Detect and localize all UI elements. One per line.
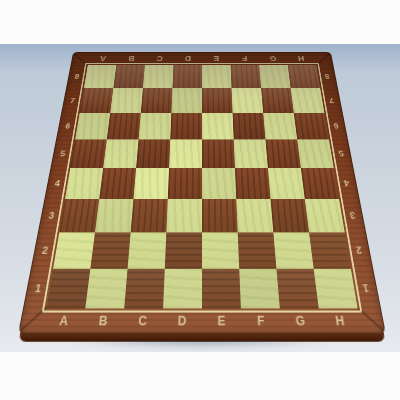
square-f7[interactable] — [232, 88, 264, 113]
square-e6[interactable] — [202, 113, 234, 140]
square-c2[interactable] — [128, 232, 167, 268]
square-h4[interactable] — [301, 168, 339, 199]
square-d6[interactable] — [170, 113, 202, 140]
chess-board: ABCDEFGH ABCDEFGH 87654321 87654321 — [18, 52, 386, 334]
square-b3[interactable] — [95, 199, 134, 232]
square-c6[interactable] — [139, 113, 172, 140]
square-c3[interactable] — [131, 199, 168, 232]
square-a4[interactable] — [65, 168, 103, 199]
square-a5[interactable] — [70, 139, 107, 168]
square-h1[interactable] — [314, 269, 358, 309]
square-h5[interactable] — [297, 139, 334, 168]
square-g2[interactable] — [273, 232, 313, 268]
square-h2[interactable] — [309, 232, 351, 268]
square-d7[interactable] — [171, 88, 202, 113]
square-g5[interactable] — [265, 139, 300, 168]
square-c1[interactable] — [124, 269, 165, 309]
square-e2[interactable] — [202, 232, 239, 268]
square-g4[interactable] — [268, 168, 305, 199]
square-h8[interactable] — [288, 65, 320, 88]
square-d8[interactable] — [172, 65, 202, 88]
square-g6[interactable] — [263, 113, 297, 140]
square-e4[interactable] — [202, 168, 236, 199]
square-f3[interactable] — [236, 199, 273, 232]
square-g3[interactable] — [271, 199, 310, 232]
square-b2[interactable] — [90, 232, 130, 268]
board-face: ABCDEFGH ABCDEFGH 87654321 87654321 — [18, 52, 386, 334]
square-g8[interactable] — [259, 65, 291, 88]
square-a8[interactable] — [84, 65, 116, 88]
square-c8[interactable] — [143, 65, 174, 88]
square-a1[interactable] — [46, 269, 90, 309]
square-d4[interactable] — [168, 168, 202, 199]
square-b8[interactable] — [113, 65, 145, 88]
square-g7[interactable] — [261, 88, 294, 113]
square-h7[interactable] — [291, 88, 325, 113]
square-h6[interactable] — [294, 113, 329, 140]
square-g1[interactable] — [276, 269, 318, 309]
photo-background: ABCDEFGH ABCDEFGH 87654321 87654321 — [0, 0, 400, 400]
square-d5[interactable] — [169, 139, 202, 168]
square-f5[interactable] — [234, 139, 268, 168]
square-d1[interactable] — [163, 269, 202, 309]
square-d2[interactable] — [165, 232, 202, 268]
square-c4[interactable] — [133, 168, 169, 199]
square-d3[interactable] — [166, 199, 202, 232]
square-a3[interactable] — [59, 199, 99, 232]
square-a2[interactable] — [53, 232, 95, 268]
square-b5[interactable] — [103, 139, 138, 168]
square-h3[interactable] — [305, 199, 345, 232]
square-b6[interactable] — [107, 113, 141, 140]
square-c5[interactable] — [136, 139, 170, 168]
square-a7[interactable] — [80, 88, 114, 113]
square-c7[interactable] — [141, 88, 173, 113]
square-e3[interactable] — [202, 199, 238, 232]
playing-field — [46, 65, 357, 308]
square-a6[interactable] — [75, 113, 110, 140]
square-f4[interactable] — [235, 168, 271, 199]
square-e5[interactable] — [202, 139, 235, 168]
square-e7[interactable] — [202, 88, 233, 113]
board-scene: ABCDEFGH ABCDEFGH 87654321 87654321 — [18, 0, 386, 334]
square-f2[interactable] — [238, 232, 277, 268]
square-b7[interactable] — [110, 88, 143, 113]
square-b4[interactable] — [99, 168, 136, 199]
square-f1[interactable] — [239, 269, 280, 309]
square-b1[interactable] — [85, 269, 127, 309]
square-e8[interactable] — [202, 65, 232, 88]
square-e1[interactable] — [202, 269, 241, 309]
square-f8[interactable] — [231, 65, 262, 88]
square-f6[interactable] — [233, 113, 266, 140]
